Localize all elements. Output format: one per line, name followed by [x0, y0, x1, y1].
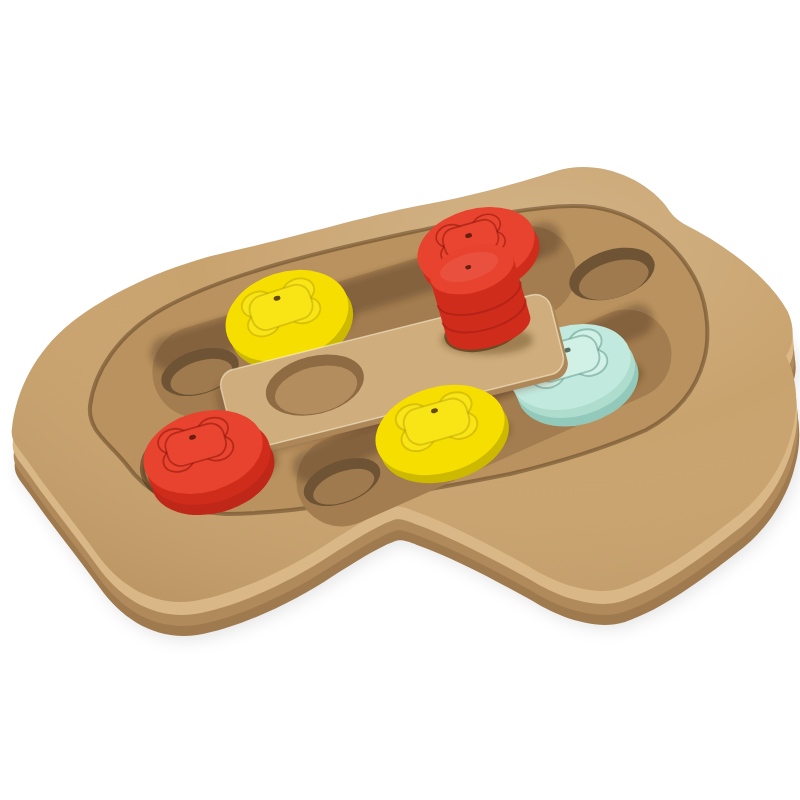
bone-puzzle-scene: [0, 0, 800, 800]
product-photo-dog-puzzle: [0, 0, 800, 800]
